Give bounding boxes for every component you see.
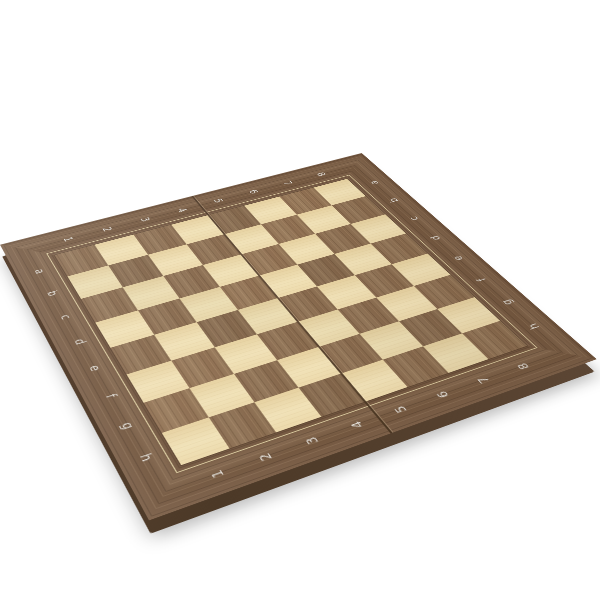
board-surface: 11aa22bb33cc44dd55ee66ff77gg88hh — [0, 153, 597, 520]
product-photo-stage: 11aa22bb33cc44dd55ee66ff77gg88hh — [0, 0, 600, 600]
chessboard: 11aa22bb33cc44dd55ee66ff77gg88hh — [0, 153, 597, 520]
perspective-scene: 11aa22bb33cc44dd55ee66ff77gg88hh — [0, 0, 600, 600]
